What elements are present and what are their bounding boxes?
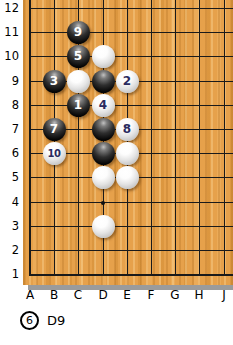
row-label-5: 5 <box>0 169 19 185</box>
col-label-A: A <box>18 288 42 303</box>
col-label-J: J <box>212 288 233 303</box>
stone-number-C11: 9 <box>67 21 90 44</box>
stone-D6[interactable] <box>92 142 115 165</box>
grid-line-v-J <box>224 0 225 276</box>
stone-number-B6: 10 <box>43 142 66 165</box>
stone-B9[interactable]: 3 <box>43 70 66 93</box>
caption-move-number: 6 <box>26 314 33 327</box>
stone-D9[interactable] <box>92 70 115 93</box>
go-diagram: 6 D9 121110987654321ABCDEFGHJ9532147810 <box>0 0 233 345</box>
stone-number-D8: 4 <box>92 94 115 117</box>
row-label-11: 11 <box>0 24 19 40</box>
stone-D3[interactable] <box>92 215 115 238</box>
grid-line-v-G <box>175 0 176 276</box>
grid-line-h-10 <box>29 56 233 57</box>
stone-C10[interactable]: 5 <box>67 45 90 68</box>
col-label-B: B <box>42 288 66 303</box>
stone-number-C8: 1 <box>67 94 90 117</box>
col-label-H: H <box>187 288 211 303</box>
row-label-6: 6 <box>0 145 19 161</box>
stone-C8[interactable]: 1 <box>67 94 90 117</box>
row-label-3: 3 <box>0 218 19 234</box>
stone-B7[interactable]: 7 <box>43 118 66 141</box>
stone-number-E9: 2 <box>116 70 139 93</box>
row-label-1: 1 <box>0 266 19 282</box>
caption-location: D9 <box>47 312 65 329</box>
grid-line-h-11 <box>29 32 233 33</box>
stone-number-E7: 8 <box>116 118 139 141</box>
row-label-2: 2 <box>0 242 19 258</box>
grid-line-h-1 <box>29 274 233 276</box>
grid-line-v-H <box>199 0 200 276</box>
star-point-D4 <box>101 201 105 205</box>
grid-line-h-3 <box>29 226 233 227</box>
row-label-7: 7 <box>0 121 19 137</box>
col-label-G: G <box>163 288 187 303</box>
col-label-D: D <box>91 288 115 303</box>
stone-D7[interactable] <box>92 118 115 141</box>
stone-C11[interactable]: 9 <box>67 21 90 44</box>
stone-E7[interactable]: 8 <box>116 118 139 141</box>
caption-move-circle: 6 <box>20 311 39 330</box>
grid-line-h-8 <box>29 105 233 106</box>
stone-number-B9: 3 <box>43 70 66 93</box>
stone-D8[interactable]: 4 <box>92 94 115 117</box>
stone-E5[interactable] <box>116 166 139 189</box>
stone-D5[interactable] <box>92 166 115 189</box>
stone-C9[interactable] <box>67 70 90 93</box>
row-label-10: 10 <box>0 48 19 64</box>
row-label-4: 4 <box>0 194 19 210</box>
row-label-12: 12 <box>0 0 19 16</box>
col-label-E: E <box>115 288 139 303</box>
stone-number-C10: 5 <box>67 45 90 68</box>
grid-line-h-12 <box>29 8 233 9</box>
grid-line-h-4 <box>29 202 233 203</box>
grid-line-h-2 <box>29 250 233 251</box>
grid-line-v-F <box>151 0 152 276</box>
col-label-F: F <box>139 288 163 303</box>
row-label-9: 9 <box>0 73 19 89</box>
stone-E6[interactable] <box>116 142 139 165</box>
row-label-8: 8 <box>0 97 19 113</box>
stone-number-B7: 7 <box>43 118 66 141</box>
stone-B6[interactable]: 10 <box>43 142 66 165</box>
grid-line-v-A <box>29 0 31 276</box>
stone-D10[interactable] <box>92 45 115 68</box>
col-label-C: C <box>66 288 90 303</box>
stone-E9[interactable]: 2 <box>116 70 139 93</box>
